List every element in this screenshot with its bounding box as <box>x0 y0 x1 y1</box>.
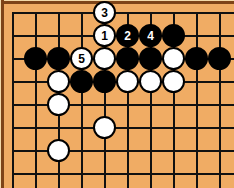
intersection <box>185 139 208 162</box>
intersection <box>162 139 185 162</box>
intersection <box>93 70 116 93</box>
intersection <box>116 1 139 24</box>
intersection <box>1 162 24 185</box>
black-stone <box>116 47 139 70</box>
white-stone-numbered: 5 <box>70 47 93 70</box>
intersection <box>70 1 93 24</box>
intersection <box>162 24 185 47</box>
intersection <box>24 47 47 70</box>
black-stone-numbered: 4 <box>139 24 162 47</box>
intersection <box>93 139 116 162</box>
intersection <box>1 1 24 24</box>
white-stone <box>93 116 116 139</box>
black-stone <box>70 70 93 93</box>
intersection <box>139 70 162 93</box>
intersection <box>185 24 208 47</box>
intersection <box>47 139 70 162</box>
intersection <box>139 93 162 116</box>
intersection <box>208 162 231 185</box>
black-stone <box>24 47 47 70</box>
intersection <box>208 47 231 70</box>
intersection <box>139 47 162 70</box>
intersection <box>47 116 70 139</box>
black-stone <box>47 47 70 70</box>
intersection <box>70 70 93 93</box>
intersection <box>24 116 47 139</box>
intersection <box>70 162 93 185</box>
white-stone <box>47 70 70 93</box>
intersection <box>139 162 162 185</box>
intersection <box>93 162 116 185</box>
intersection <box>208 1 231 24</box>
intersection <box>70 24 93 47</box>
intersection <box>70 139 93 162</box>
intersection <box>70 116 93 139</box>
white-stone <box>93 47 116 70</box>
intersection: 3 <box>93 1 116 24</box>
intersection <box>208 116 231 139</box>
intersection <box>47 93 70 116</box>
intersection <box>93 116 116 139</box>
intersection <box>1 47 24 70</box>
intersection <box>185 93 208 116</box>
intersection <box>185 1 208 24</box>
intersection <box>185 162 208 185</box>
intersection <box>47 162 70 185</box>
intersection <box>185 70 208 93</box>
intersection <box>139 139 162 162</box>
intersection <box>139 116 162 139</box>
intersection <box>1 116 24 139</box>
intersection <box>162 47 185 70</box>
black-stone <box>208 47 231 70</box>
intersection <box>139 1 162 24</box>
intersection <box>24 24 47 47</box>
intersection <box>93 93 116 116</box>
intersection <box>24 1 47 24</box>
intersection <box>116 139 139 162</box>
intersection <box>162 93 185 116</box>
board-grid: 31245 <box>1 1 231 185</box>
intersection <box>24 139 47 162</box>
intersection <box>162 1 185 24</box>
intersection: 5 <box>70 47 93 70</box>
intersection: 4 <box>139 24 162 47</box>
intersection <box>47 47 70 70</box>
intersection <box>1 139 24 162</box>
intersection <box>47 24 70 47</box>
intersection <box>1 70 24 93</box>
intersection <box>208 139 231 162</box>
white-stone <box>162 70 185 93</box>
intersection <box>208 93 231 116</box>
white-stone-numbered: 3 <box>93 1 116 24</box>
black-stone-numbered: 2 <box>116 24 139 47</box>
intersection <box>93 47 116 70</box>
intersection <box>116 47 139 70</box>
white-stone-numbered: 1 <box>93 24 116 47</box>
intersection <box>70 93 93 116</box>
white-stone <box>47 139 70 162</box>
intersection <box>185 47 208 70</box>
intersection <box>162 70 185 93</box>
intersection <box>208 70 231 93</box>
intersection <box>47 1 70 24</box>
intersection <box>116 162 139 185</box>
intersection: 2 <box>116 24 139 47</box>
intersection <box>47 70 70 93</box>
white-stone <box>116 70 139 93</box>
intersection <box>24 93 47 116</box>
black-stone <box>93 70 116 93</box>
intersection <box>162 162 185 185</box>
intersection <box>24 162 47 185</box>
intersection: 1 <box>93 24 116 47</box>
black-stone <box>185 47 208 70</box>
intersection <box>208 24 231 47</box>
intersection <box>1 93 24 116</box>
white-stone <box>162 47 185 70</box>
intersection <box>116 116 139 139</box>
black-stone <box>162 24 185 47</box>
intersection <box>185 116 208 139</box>
intersection <box>116 93 139 116</box>
intersection <box>1 24 24 47</box>
white-stone <box>139 70 162 93</box>
intersection <box>162 116 185 139</box>
go-board-diagram: 31245 <box>0 0 234 188</box>
black-stone <box>139 47 162 70</box>
white-stone <box>47 93 70 116</box>
intersection <box>116 70 139 93</box>
intersection <box>24 70 47 93</box>
